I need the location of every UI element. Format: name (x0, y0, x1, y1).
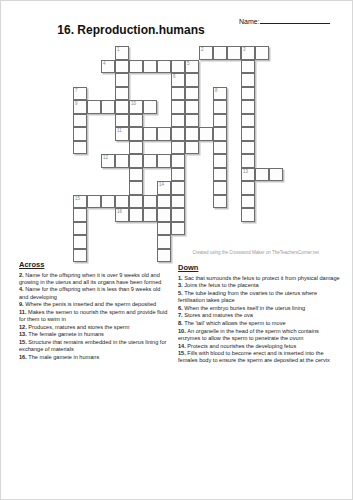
blocked-cell (269, 60, 283, 74)
blocked-cell (87, 208, 101, 222)
blocked-cell (143, 222, 157, 236)
grid-cell[interactable] (171, 181, 185, 195)
blocked-cell (269, 141, 283, 155)
grid-cell[interactable]: 1 (115, 46, 129, 60)
grid-cell[interactable] (157, 235, 171, 249)
grid-cell[interactable] (213, 154, 227, 168)
blocked-cell (171, 235, 185, 249)
grid-cell[interactable] (241, 73, 255, 87)
blocked-cell (101, 73, 115, 87)
page-title: 16. Reproduction.humans (1, 23, 261, 37)
blocked-cell (157, 114, 171, 128)
grid-cell[interactable] (185, 114, 199, 128)
clue-item: 5. The tube leading from the ovaries to … (178, 290, 340, 304)
blocked-cell (227, 100, 241, 114)
grid-cell[interactable] (171, 195, 185, 209)
blocked-cell (269, 127, 283, 141)
grid-cell[interactable] (157, 195, 171, 209)
blocked-cell (87, 235, 101, 249)
clue-item: 7. Stores and matures the ova (178, 312, 340, 319)
blocked-cell (185, 181, 199, 195)
blocked-cell (143, 114, 157, 128)
grid-cell[interactable]: 10 (129, 100, 143, 114)
blocked-cell (73, 168, 87, 182)
blocked-cell (87, 222, 101, 236)
clue-number: 11 (117, 128, 122, 133)
clue-number: 15 (75, 196, 80, 201)
grid-cell[interactable] (241, 154, 255, 168)
grid-cell[interactable] (213, 181, 227, 195)
name-blank[interactable] (260, 15, 330, 24)
clue-number: 2 (201, 47, 204, 52)
blocked-cell (269, 73, 283, 87)
clue-item: 11. Makes the semen to nourish the sperm… (19, 309, 171, 323)
blocked-cell (185, 195, 199, 209)
grid-cell[interactable] (129, 141, 143, 155)
grid-cell[interactable] (255, 46, 269, 60)
blocked-cell (129, 73, 143, 87)
clue-item: 9. Where the penis is inserted and the s… (19, 301, 171, 308)
grid-cell[interactable] (171, 60, 185, 74)
blocked-cell (143, 87, 157, 101)
grid-cell[interactable] (171, 114, 185, 128)
grid-cell[interactable]: 13 (241, 168, 255, 182)
blocked-cell (87, 73, 101, 87)
grid-cell[interactable] (213, 46, 227, 60)
grid-cell[interactable] (73, 141, 87, 155)
grid-cell[interactable]: 2 (199, 46, 213, 60)
blocked-cell (143, 73, 157, 87)
blocked-cell (213, 208, 227, 222)
blocked-cell (129, 46, 143, 60)
grid-cell[interactable] (241, 60, 255, 74)
clue-item: 14. Protects and nourishes the developin… (178, 343, 340, 350)
blocked-cell (143, 141, 157, 155)
grid-cell[interactable] (143, 195, 157, 209)
blocked-cell (255, 127, 269, 141)
grid-cell[interactable]: 15 (73, 195, 87, 209)
blocked-cell (227, 195, 241, 209)
grid-cell[interactable] (213, 141, 227, 155)
blocked-cell (227, 235, 241, 249)
grid-cell[interactable] (213, 100, 227, 114)
grid-cell[interactable] (213, 195, 227, 209)
blocked-cell (255, 195, 269, 209)
across-clue-list: 2. Name for the offspring when it is ove… (19, 272, 171, 361)
clue-item: 16. The male gamete in humans (19, 354, 171, 361)
grid-cell[interactable] (143, 127, 157, 141)
blocked-cell (101, 87, 115, 101)
blocked-cell (87, 114, 101, 128)
blocked-cell (129, 222, 143, 236)
blocked-cell (255, 73, 269, 87)
clue-item: 4. Name for the offspring when it is les… (19, 286, 171, 300)
blocked-cell (87, 87, 101, 101)
grid-cell[interactable]: 11 (115, 127, 129, 141)
grid-cell[interactable] (185, 87, 199, 101)
blocked-cell (87, 60, 101, 74)
blocked-cell (255, 222, 269, 236)
grid-cell[interactable] (171, 168, 185, 182)
grid-cell[interactable] (269, 168, 283, 182)
blocked-cell (269, 154, 283, 168)
blocked-cell (115, 235, 129, 249)
blocked-cell (157, 73, 171, 87)
grid-cell[interactable] (241, 195, 255, 209)
blocked-cell (87, 141, 101, 155)
grid-cell[interactable] (129, 127, 143, 141)
grid-cell[interactable] (129, 154, 143, 168)
blocked-cell (213, 60, 227, 74)
blocked-cell (199, 154, 213, 168)
grid-cell[interactable] (199, 127, 213, 141)
grid-cell[interactable] (241, 127, 255, 141)
grid-cell[interactable] (171, 208, 185, 222)
clue-item: 3. Joins the fetus to the placenta (178, 282, 340, 289)
blocked-cell (101, 168, 115, 182)
grid-cell[interactable] (241, 114, 255, 128)
blocked-cell (255, 60, 269, 74)
blocked-cell (199, 73, 213, 87)
grid-cell[interactable] (115, 87, 129, 101)
blocked-cell (199, 222, 213, 236)
blocked-cell (199, 168, 213, 182)
blocked-cell (269, 87, 283, 101)
grid-cell[interactable] (171, 141, 185, 155)
blocked-cell (255, 114, 269, 128)
blocked-cell (269, 181, 283, 195)
crossword-grid: 12345678910111213141516 (73, 46, 283, 262)
blocked-cell (129, 235, 143, 249)
blocked-cell (87, 168, 101, 182)
grid-cell[interactable] (157, 208, 171, 222)
blocked-cell (227, 168, 241, 182)
blocked-cell (255, 208, 269, 222)
grid-cell[interactable] (241, 208, 255, 222)
blocked-cell (101, 222, 115, 236)
blocked-cell (185, 222, 199, 236)
grid-cell[interactable] (185, 73, 199, 87)
blocked-cell (87, 127, 101, 141)
blocked-cell (269, 46, 283, 60)
blocked-cell (269, 195, 283, 209)
grid-cell[interactable] (73, 235, 87, 249)
grid-cell[interactable] (129, 195, 143, 209)
blocked-cell (87, 181, 101, 195)
grid-cell[interactable]: 14 (157, 181, 171, 195)
clue-number: 1 (117, 47, 120, 52)
grid-cell[interactable] (213, 114, 227, 128)
blocked-cell (101, 127, 115, 141)
grid-cell[interactable] (115, 195, 129, 209)
blocked-cell (199, 87, 213, 101)
worksheet-page: Name: 16. Reproduction.humans 1234567891… (0, 0, 353, 500)
grid-cell[interactable]: 9 (73, 100, 87, 114)
blocked-cell (157, 168, 171, 182)
grid-cell[interactable]: 3 (241, 46, 255, 60)
grid-cell[interactable] (129, 168, 143, 182)
clue-number: 13 (243, 169, 248, 174)
grid-cell[interactable]: 7 (73, 87, 87, 101)
grid-cell[interactable] (129, 60, 143, 74)
grid-cell[interactable] (227, 46, 241, 60)
blocked-cell (101, 114, 115, 128)
blocked-cell (157, 46, 171, 60)
blocked-cell (73, 154, 87, 168)
blocked-cell (157, 100, 171, 114)
blocked-cell (255, 235, 269, 249)
grid-cell[interactable] (241, 87, 255, 101)
clue-number: 9 (75, 101, 78, 106)
grid-cell[interactable] (101, 100, 115, 114)
grid-cell[interactable] (157, 60, 171, 74)
across-header: Across (19, 260, 171, 270)
grid-cell[interactable] (143, 60, 157, 74)
grid-cell[interactable] (73, 222, 87, 236)
blocked-cell (185, 168, 199, 182)
blocked-cell (115, 181, 129, 195)
blocked-cell (255, 181, 269, 195)
blocked-cell (73, 181, 87, 195)
grid-cell[interactable]: 8 (213, 87, 227, 101)
clue-item: 15. Structure that remains embedded in t… (19, 339, 171, 353)
grid-cell[interactable] (129, 208, 143, 222)
blocked-cell (227, 60, 241, 74)
grid-cell[interactable]: 12 (101, 154, 115, 168)
blocked-cell (269, 222, 283, 236)
down-clues: Down 1. Sac that surrounds the fetus to … (178, 263, 340, 365)
grid-cell[interactable] (171, 100, 185, 114)
clue-number: 10 (131, 101, 136, 106)
blocked-cell (185, 235, 199, 249)
clue-number: 7 (75, 88, 78, 93)
blocked-cell (269, 235, 283, 249)
blocked-cell (227, 222, 241, 236)
grid-cell[interactable] (73, 127, 87, 141)
blocked-cell (73, 60, 87, 74)
blocked-cell (255, 141, 269, 155)
grid-cell[interactable] (241, 100, 255, 114)
blocked-cell (199, 208, 213, 222)
grid-cell[interactable] (185, 100, 199, 114)
blocked-cell (101, 208, 115, 222)
blocked-cell (255, 100, 269, 114)
blocked-cell (241, 222, 255, 236)
blocked-cell (269, 100, 283, 114)
grid-cell[interactable] (143, 208, 157, 222)
clue-item: 15. Fills with blood to become erect and… (178, 350, 340, 364)
blocked-cell (87, 154, 101, 168)
grid-cell[interactable] (115, 73, 129, 87)
blocked-cell (199, 60, 213, 74)
blocked-cell (143, 168, 157, 182)
clue-item: 1. Sac that surrounds the fetus to prote… (178, 275, 340, 282)
grid-cell[interactable] (73, 208, 87, 222)
blocked-cell (101, 46, 115, 60)
grid-cell[interactable]: 6 (171, 73, 185, 87)
grid-cell[interactable] (143, 154, 157, 168)
across-clues: Across 2. Name for the offspring when it… (19, 260, 171, 361)
grid-cell[interactable] (115, 154, 129, 168)
blocked-cell (255, 87, 269, 101)
blocked-cell (199, 195, 213, 209)
grid-cell[interactable] (87, 100, 101, 114)
clue-item: 12. Produces, matures and stores the spe… (19, 324, 171, 331)
grid-cell[interactable] (73, 114, 87, 128)
grid-cell[interactable] (185, 141, 199, 155)
grid-cell[interactable] (115, 60, 129, 74)
clue-number: 6 (173, 74, 176, 79)
clue-item: 10. An organelle in the head of the sper… (178, 328, 340, 342)
clue-number: 16 (117, 209, 122, 214)
blocked-cell (129, 87, 143, 101)
grid-cell[interactable]: 16 (115, 208, 129, 222)
blocked-cell (199, 114, 213, 128)
blocked-cell (157, 87, 171, 101)
grid-cell[interactable] (129, 114, 143, 128)
blocked-cell (199, 141, 213, 155)
blocked-cell (185, 154, 199, 168)
blocked-cell (73, 73, 87, 87)
grid-cell[interactable] (115, 100, 129, 114)
grid-cell[interactable] (115, 114, 129, 128)
blocked-cell (227, 114, 241, 128)
blocked-cell (185, 46, 199, 60)
blocked-cell (255, 154, 269, 168)
blocked-cell (199, 181, 213, 195)
grid-cell[interactable] (87, 195, 101, 209)
grid-cell[interactable]: 5 (185, 60, 199, 74)
blocked-cell (101, 141, 115, 155)
grid-cell[interactable] (213, 168, 227, 182)
blocked-cell (143, 46, 157, 60)
clue-item: 6. When the embryo buries itself in the … (178, 305, 340, 312)
grid-cell[interactable] (213, 127, 227, 141)
grid-cell[interactable] (171, 154, 185, 168)
grid-cell[interactable] (157, 154, 171, 168)
grid-cell[interactable] (157, 127, 171, 141)
grid-cell[interactable] (241, 181, 255, 195)
blocked-cell (185, 208, 199, 222)
grid-cell[interactable] (143, 100, 157, 114)
blocked-cell (199, 100, 213, 114)
blocked-cell (143, 181, 157, 195)
grid-cell[interactable] (171, 87, 185, 101)
blocked-cell (213, 73, 227, 87)
clue-number: 8 (215, 88, 218, 93)
grid-cell[interactable] (157, 222, 171, 236)
blocked-cell (227, 127, 241, 141)
blocked-cell (199, 235, 213, 249)
clue-number: 3 (243, 47, 246, 52)
clue-item: 2. Name for the offspring when it is ove… (19, 272, 171, 286)
blocked-cell (143, 235, 157, 249)
blocked-cell (87, 46, 101, 60)
grid-cell[interactable] (171, 127, 185, 141)
blocked-cell (269, 114, 283, 128)
blocked-cell (157, 141, 171, 155)
down-clue-list: 1. Sac that surrounds the fetus to prote… (178, 275, 340, 365)
grid-cell[interactable]: 4 (101, 60, 115, 74)
blocked-cell (213, 222, 227, 236)
blocked-cell (101, 235, 115, 249)
grid-cell[interactable] (255, 168, 269, 182)
blocked-cell (227, 208, 241, 222)
blocked-cell (241, 235, 255, 249)
grid-cell[interactable] (129, 181, 143, 195)
blocked-cell (227, 73, 241, 87)
grid-cell[interactable] (171, 222, 185, 236)
grid-cell[interactable] (241, 141, 255, 155)
clue-number: 14 (159, 182, 164, 187)
clue-number: 5 (187, 61, 190, 66)
blocked-cell (227, 181, 241, 195)
clue-item: 13. The female gamete in humans (19, 331, 171, 338)
clue-number: 4 (103, 61, 106, 66)
clue-number: 12 (103, 155, 108, 160)
blocked-cell (73, 46, 87, 60)
blocked-cell (115, 168, 129, 182)
blocked-cell (115, 141, 129, 155)
blocked-cell (227, 141, 241, 155)
blocked-cell (171, 46, 185, 60)
blocked-cell (213, 235, 227, 249)
blocked-cell (227, 87, 241, 101)
down-header: Down (178, 263, 340, 273)
credit-line: Created using the Crossword Maker on The… (161, 250, 319, 255)
grid-cell[interactable] (185, 127, 199, 141)
blocked-cell (227, 154, 241, 168)
blocked-cell (269, 208, 283, 222)
blocked-cell (115, 222, 129, 236)
blocked-cell (101, 181, 115, 195)
clue-item: 8. The 'tail' which allows the sperm to … (178, 320, 340, 327)
grid-cell[interactable] (101, 195, 115, 209)
